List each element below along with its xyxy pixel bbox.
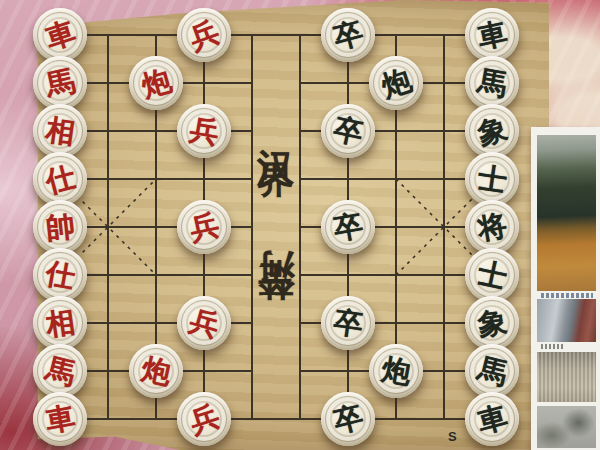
red-piece-character: 相 [44,307,77,340]
photo-strip [531,127,600,450]
piece-red-兵-c3r8[interactable]: 兵 [177,392,231,446]
piece-black-炮-c7r1[interactable]: 炮 [369,56,423,110]
black-piece-character: 士 [475,258,509,292]
red-piece-character: 兵 [187,114,221,148]
photo-caption-bar [541,293,593,298]
black-piece-character: 象 [476,307,509,340]
black-piece-character: 将 [475,210,509,244]
watermark-letter: S [448,429,457,444]
photo-dry-grass [537,352,596,402]
red-piece-character: 仕 [43,258,77,292]
piece-red-仕-c0r5[interactable]: 仕 [33,248,87,302]
red-piece-character: 仕 [42,161,78,197]
piece-red-仕-c0r3[interactable]: 仕 [33,152,87,206]
red-piece-character: 車 [42,17,79,54]
red-piece-character: 帥 [44,211,76,243]
black-piece-character: 士 [476,163,509,196]
piece-red-車-c0r0[interactable]: 車 [33,8,87,62]
red-piece-character: 兵 [187,210,221,244]
black-piece-character: 馬 [475,66,509,100]
red-piece-character: 兵 [186,305,222,341]
piece-red-兵-c3r2[interactable]: 兵 [177,104,231,158]
piece-black-象-c9r2[interactable]: 象 [465,104,519,158]
piece-black-卒-c6r8[interactable]: 卒 [321,392,375,446]
piece-black-卒-c6r4[interactable]: 卒 [321,200,375,254]
piece-red-炮-c2r7[interactable]: 炮 [129,344,183,398]
red-piece-character: 馬 [42,353,77,388]
piece-black-士-c9r5[interactable]: 士 [465,248,519,302]
piece-red-兵-c3r4[interactable]: 兵 [177,200,231,254]
xiangqi-photo-scene: 汉界 楚河 車馬相仕帥仕相馬車炮炮兵兵兵兵兵卒卒卒卒卒炮炮車馬象士将士象馬車 S [0,0,600,450]
piece-red-馬-c0r7[interactable]: 馬 [33,344,87,398]
piece-red-炮-c2r1[interactable]: 炮 [129,56,183,110]
piece-black-馬-c9r1[interactable]: 馬 [465,56,519,110]
piece-black-卒-c6r2[interactable]: 卒 [321,104,375,158]
red-piece-character: 兵 [186,401,223,438]
red-piece-character: 相 [44,115,77,148]
black-piece-character: 馬 [474,353,509,388]
piece-black-車-c9r8[interactable]: 車 [465,392,519,446]
black-piece-character: 炮 [378,65,415,102]
black-piece-character: 車 [474,401,510,437]
red-piece-character: 兵 [185,16,222,53]
red-piece-character: 炮 [139,354,173,388]
black-piece-character: 車 [475,18,509,52]
piece-black-炮-c7r7[interactable]: 炮 [369,344,423,398]
piece-black-馬-c9r7[interactable]: 馬 [465,344,519,398]
photo-snowy-ridge [537,299,596,342]
piece-red-車-c0r8[interactable]: 車 [33,392,87,446]
black-piece-character: 卒 [332,307,365,340]
piece-red-相-c0r2[interactable]: 相 [33,104,87,158]
piece-black-象-c9r6[interactable]: 象 [465,296,519,350]
piece-red-帥-c0r4[interactable]: 帥 [33,200,87,254]
piece-black-卒-c6r6[interactable]: 卒 [321,296,375,350]
piece-black-士-c9r3[interactable]: 士 [465,152,519,206]
black-piece-character: 炮 [379,354,413,388]
piece-black-卒-c6r0[interactable]: 卒 [321,8,375,62]
black-piece-character: 卒 [330,401,365,436]
photo-autumn-mountain [537,135,596,291]
red-piece-character: 馬 [43,66,77,100]
black-piece-character: 卒 [331,114,365,148]
photo-caption-bar [541,344,565,349]
photo-winter-branches [537,406,596,448]
black-piece-character: 象 [474,113,510,149]
black-piece-character: 卒 [330,17,366,53]
piece-red-兵-c3r0[interactable]: 兵 [177,8,231,62]
red-piece-character: 車 [43,402,77,436]
piece-black-車-c9r0[interactable]: 車 [465,8,519,62]
red-piece-character: 炮 [138,65,174,101]
pieces-layer: 車馬相仕帥仕相馬車炮炮兵兵兵兵兵卒卒卒卒卒炮炮車馬象士将士象馬車 [0,0,600,450]
piece-black-将-c9r4[interactable]: 将 [465,200,519,254]
piece-red-馬-c0r1[interactable]: 馬 [33,56,87,110]
piece-red-兵-c3r6[interactable]: 兵 [177,296,231,350]
black-piece-character: 卒 [331,210,365,244]
piece-red-相-c0r6[interactable]: 相 [33,296,87,350]
